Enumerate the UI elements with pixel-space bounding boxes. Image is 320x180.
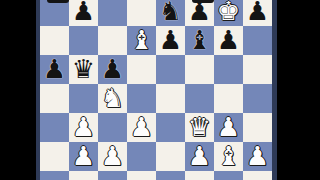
square-b2: ♟ — [69, 142, 98, 171]
white-knight-c4: ♞ — [98, 84, 127, 113]
square-e2 — [156, 142, 185, 171]
white-king-g7: ♚ — [214, 0, 243, 26]
white-pawn-f2: ♟ — [185, 142, 214, 171]
white-pawn-b3: ♟ — [69, 113, 98, 142]
square-d4 — [127, 84, 156, 113]
square-h3 — [243, 113, 272, 142]
square-a3 — [40, 113, 69, 142]
square-g3: ♟ — [214, 113, 243, 142]
square-c2: ♟ — [98, 142, 127, 171]
square-e7: ♞ — [156, 0, 185, 26]
square-e1 — [156, 171, 185, 180]
square-b7: ♟ — [69, 0, 98, 26]
black-pawn-c5: ♟ — [98, 55, 127, 84]
black-bishop-f6: ♝ — [185, 26, 214, 55]
white-pawn-c2: ♟ — [98, 142, 127, 171]
white-queen-f3: ♛ — [185, 113, 214, 142]
black-pawn-g6: ♟ — [214, 26, 243, 55]
black-pawn-e6: ♟ — [156, 26, 185, 55]
white-pawn-d3: ♟ — [127, 113, 156, 142]
square-b6 — [69, 26, 98, 55]
square-f1 — [185, 171, 214, 180]
square-f6: ♝ — [185, 26, 214, 55]
square-c5: ♟ — [98, 55, 127, 84]
square-h5 — [243, 55, 272, 84]
square-f7: ♟ — [185, 0, 214, 26]
square-d2 — [127, 142, 156, 171]
cropped-black-piece-fragment-a8 — [47, 0, 69, 3]
square-b4 — [69, 84, 98, 113]
square-b3: ♟ — [69, 113, 98, 142]
white-pawn-b2: ♟ — [69, 142, 98, 171]
cropped-black-piece-fragment-f8 — [192, 0, 214, 3]
square-g7: ♚ — [214, 0, 243, 26]
square-f5 — [185, 55, 214, 84]
black-pawn-a5: ♟ — [40, 55, 69, 84]
video-thumbnail-chess-diagram[interactable]: ♟♞♟♚♟♝♟♝♟♟♛♟♞♟♟♛♟♟♟♟♝♟ — [0, 0, 320, 180]
white-bishop-g2: ♝ — [214, 142, 243, 171]
square-a2 — [40, 142, 69, 171]
square-e5 — [156, 55, 185, 84]
square-a5: ♟ — [40, 55, 69, 84]
square-c1 — [98, 171, 127, 180]
square-a7 — [40, 0, 69, 26]
square-d7 — [127, 0, 156, 26]
square-c4: ♞ — [98, 84, 127, 113]
square-h2: ♟ — [243, 142, 272, 171]
square-e3 — [156, 113, 185, 142]
square-d6: ♝ — [127, 26, 156, 55]
square-e6: ♟ — [156, 26, 185, 55]
square-e4 — [156, 84, 185, 113]
square-h1 — [243, 171, 272, 180]
square-a6 — [40, 26, 69, 55]
square-g5 — [214, 55, 243, 84]
square-f3: ♛ — [185, 113, 214, 142]
square-g1 — [214, 171, 243, 180]
square-h4 — [243, 84, 272, 113]
square-g4 — [214, 84, 243, 113]
square-g2: ♝ — [214, 142, 243, 171]
square-a1 — [40, 171, 69, 180]
square-b1 — [69, 171, 98, 180]
black-pawn-h7: ♟ — [243, 0, 272, 26]
square-h7: ♟ — [243, 0, 272, 26]
square-a4 — [40, 84, 69, 113]
black-pawn-b7: ♟ — [69, 0, 98, 26]
square-b5: ♛ — [69, 55, 98, 84]
square-g6: ♟ — [214, 26, 243, 55]
square-c7 — [98, 0, 127, 26]
black-queen-b5: ♛ — [69, 55, 98, 84]
white-pawn-g3: ♟ — [214, 113, 243, 142]
square-d3: ♟ — [127, 113, 156, 142]
chess-board: ♟♞♟♚♟♝♟♝♟♟♛♟♞♟♟♛♟♟♟♟♝♟ — [40, 0, 272, 180]
square-c6 — [98, 26, 127, 55]
square-d5 — [127, 55, 156, 84]
white-bishop-d6: ♝ — [127, 26, 156, 55]
white-pawn-h2: ♟ — [243, 142, 272, 171]
black-pawn-f7: ♟ — [185, 0, 214, 26]
square-h6 — [243, 26, 272, 55]
black-knight-e7: ♞ — [156, 0, 185, 26]
square-f2: ♟ — [185, 142, 214, 171]
square-c3 — [98, 113, 127, 142]
square-f4 — [185, 84, 214, 113]
square-d1 — [127, 171, 156, 180]
